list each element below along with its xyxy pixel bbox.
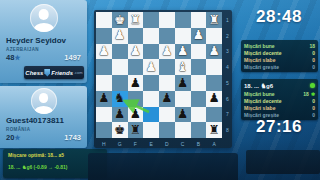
square-e7[interactable] (143, 107, 159, 123)
square-h5[interactable] (96, 75, 112, 91)
avatar-silhouette-icon (38, 9, 49, 20)
square-h8[interactable] (96, 122, 112, 138)
black-pawn: ♟ (130, 108, 141, 121)
square-f5[interactable]: ♟ (128, 75, 144, 91)
square-c3[interactable]: ♟ (175, 44, 191, 60)
player-rating-black: 1743 (64, 133, 81, 142)
stat-label: Mișcări greșite (244, 64, 279, 70)
player-stars-black: 20★ (6, 133, 21, 142)
clock-white: 28:48 (239, 7, 319, 27)
square-a6[interactable]: ♟ (206, 91, 222, 107)
square-f7[interactable]: ♟ (128, 107, 144, 123)
square-h7[interactable] (96, 107, 112, 123)
square-c8[interactable] (175, 122, 191, 138)
square-g1[interactable]: ♚ (112, 12, 128, 28)
player-name-black[interactable]: Guest40173811 (6, 116, 83, 125)
bottom-bar (88, 153, 238, 180)
player-stars-white: 48★ (6, 53, 21, 62)
stat-value: 0 (312, 57, 315, 63)
stat-value: 0 (312, 50, 315, 56)
white-pawn: ♟ (177, 45, 188, 58)
white-pawn: ♟ (209, 45, 220, 58)
logo-text-domain: .com (74, 70, 83, 75)
square-a5[interactable] (206, 75, 222, 91)
file-label-g: G (112, 139, 128, 148)
stat-label: Mișcări slabe (244, 105, 275, 111)
stat-label: Mișcări bune (244, 43, 275, 49)
square-d7[interactable] (159, 107, 175, 123)
square-f3[interactable]: ♟ (128, 44, 144, 60)
stat-label: Mișcări slabe (244, 57, 275, 63)
rank-label-6: 6 (223, 91, 232, 107)
square-h6[interactable]: ♟ (96, 91, 112, 107)
last-move-label: 18. ... ♞g6 (244, 82, 273, 89)
player-name-white[interactable]: Heyder Seyidov (6, 36, 83, 45)
black-pawn: ♟ (98, 92, 109, 105)
square-h2[interactable] (96, 28, 112, 44)
black-pawn: ♟ (161, 92, 172, 105)
square-d5[interactable] (159, 75, 175, 91)
black-pawn: ♟ (130, 77, 141, 90)
square-b3[interactable] (191, 44, 207, 60)
rank-label-2: 2 (223, 28, 232, 44)
new-good-move-marker: ✱ (311, 91, 315, 97)
square-d8[interactable] (159, 122, 175, 138)
square-f6[interactable] (128, 91, 144, 107)
square-b7[interactable] (191, 107, 207, 123)
file-label-b: B (191, 139, 207, 148)
square-c7[interactable]: ♟ (175, 107, 191, 123)
player-country-black: ROMÂNIA (6, 127, 30, 132)
stat-value: 18 (309, 43, 315, 49)
logo-shield-icon (44, 69, 50, 77)
square-e2[interactable] (143, 28, 159, 44)
square-b1[interactable] (191, 12, 207, 28)
square-d3[interactable]: ♟ (159, 44, 175, 60)
white-bishop: ♝ (177, 61, 188, 74)
square-g6[interactable]: ♞ (112, 91, 128, 107)
black-rook: ♜ (130, 124, 141, 137)
square-g3[interactable] (112, 44, 128, 60)
player-country-white: AZERBAIJAN (6, 47, 39, 52)
corner-panel (246, 150, 320, 174)
square-c1[interactable] (175, 12, 191, 28)
player-rating-white: 1497 (64, 53, 81, 62)
square-b5[interactable] (191, 75, 207, 91)
square-b4[interactable] (191, 59, 207, 75)
white-pawn: ♟ (130, 45, 141, 58)
square-c2[interactable] (175, 28, 191, 44)
square-d4[interactable] (159, 59, 175, 75)
square-d6[interactable]: ♟ (159, 91, 175, 107)
rank-label-8: 8 (223, 122, 232, 138)
black-rook: ♜ (209, 124, 220, 137)
square-a7[interactable] (206, 107, 222, 123)
black-pawn: ♟ (209, 92, 220, 105)
good-move-dot-icon (310, 83, 315, 88)
square-a3[interactable]: ♟ (206, 44, 222, 60)
square-c4[interactable]: ♝ (175, 59, 191, 75)
black-pawn: ♟ (177, 77, 188, 90)
square-h4[interactable] (96, 59, 112, 75)
square-a2[interactable] (206, 28, 222, 44)
stat-label: Mișcări decente (244, 98, 282, 104)
white-pawn: ♟ (161, 45, 172, 58)
square-e6[interactable] (143, 91, 159, 107)
square-g4[interactable] (112, 59, 128, 75)
square-c5[interactable]: ♟ (175, 75, 191, 91)
logo-text-friends: Friends (51, 70, 73, 76)
clock-black: 27:16 (239, 117, 319, 137)
square-a4[interactable] (206, 59, 222, 75)
stat-value: 0 (312, 105, 315, 111)
file-labels: HGFEDCBA (96, 139, 222, 148)
square-b2[interactable]: ♟ (191, 28, 207, 44)
square-f2[interactable] (128, 28, 144, 44)
stat-value: 18 (303, 91, 309, 97)
black-knight: ♞ (114, 92, 125, 105)
square-e1[interactable] (143, 12, 159, 28)
black-pawn: ♟ (177, 108, 188, 121)
square-f8[interactable]: ♜ (128, 122, 144, 138)
stats-panel-white: Mișcări bune18 Mișcări decente0 Mișcări … (241, 40, 318, 72)
stat-label: Mișcări decente (244, 50, 282, 56)
white-rook: ♜ (130, 14, 141, 27)
square-e8[interactable] (143, 122, 159, 138)
avatar-black[interactable] (31, 88, 57, 114)
white-king: ♚ (114, 14, 125, 27)
white-pawn: ♟ (193, 29, 204, 42)
square-h1[interactable] (96, 12, 112, 28)
square-f4[interactable] (128, 59, 144, 75)
square-a8[interactable]: ♜ (206, 122, 222, 138)
white-pawn: ♟ (114, 29, 125, 42)
square-e3[interactable] (143, 44, 159, 60)
square-g7[interactable]: ♟ (112, 107, 128, 123)
avatar-white[interactable] (30, 4, 58, 32)
square-f1[interactable]: ♜ (128, 12, 144, 28)
chess-board: ♚♜♜♟♟♟♟♟♟♟♟♝♟♟♟♞♟♟♟♟♟♚♜♜ 12345678 HGFEDC… (94, 10, 232, 148)
square-e5[interactable] (143, 75, 159, 91)
square-c6[interactable] (175, 91, 191, 107)
move-panel-black: 18. ... ♞g6 Mișcări bune18✱ Mișcări dece… (241, 79, 318, 120)
logo-text-chess: Chess (25, 70, 43, 76)
avatar-silhouette-icon (39, 93, 49, 103)
stat-value: 0 (312, 64, 315, 70)
file-label-d: D (159, 139, 175, 148)
white-rook: ♜ (209, 14, 220, 27)
rank-label-4: 4 (223, 59, 232, 75)
square-e4[interactable]: ♟ (143, 59, 159, 75)
white-pawn: ♟ (146, 61, 157, 74)
game-window: Heyder Seyidov AZERBAIJAN 48★ 1497 Chess… (0, 0, 320, 180)
square-g5[interactable] (112, 75, 128, 91)
file-label-f: F (128, 139, 144, 148)
rank-label-5: 5 (223, 75, 232, 91)
rank-labels: 12345678 (223, 12, 232, 138)
square-a1[interactable]: ♜ (206, 12, 222, 28)
player-card-black: Guest40173811 ROMÂNIA 20★ 1743 (0, 86, 87, 148)
black-king: ♚ (114, 124, 125, 137)
file-label-a: A (206, 139, 222, 148)
square-d2[interactable] (159, 28, 175, 44)
rank-label-1: 1 (223, 12, 232, 28)
chessfriends-logo[interactable]: Chess Friends .com (24, 66, 84, 79)
square-b8[interactable] (191, 122, 207, 138)
rank-label-7: 7 (223, 107, 232, 123)
black-pawn: ♟ (114, 108, 125, 121)
square-g2[interactable]: ♟ (112, 28, 128, 44)
square-b6[interactable] (191, 91, 207, 107)
star-icon: ★ (14, 134, 20, 141)
file-label-h: H (96, 139, 112, 148)
square-h3[interactable]: ♟ (96, 44, 112, 60)
board-grid: ♚♜♜♟♟♟♟♟♟♟♟♝♟♟♟♞♟♟♟♟♟♚♜♜ (96, 12, 222, 138)
file-label-c: C (175, 139, 191, 148)
file-label-e: E (143, 139, 159, 148)
rank-label-3: 3 (223, 44, 232, 60)
star-icon: ★ (14, 54, 20, 61)
white-pawn: ♟ (98, 45, 109, 58)
square-g8[interactable]: ♚ (112, 122, 128, 138)
played-move-eval-text: 18. ... ♞g6 (-0.89 → -0.81) (8, 164, 68, 170)
stat-value: 0 (312, 98, 315, 104)
optimal-move-text: Mișcare optimă: 18... a5 (8, 152, 64, 158)
square-d1[interactable] (159, 12, 175, 28)
stat-label: Mișcări bune (244, 91, 275, 97)
